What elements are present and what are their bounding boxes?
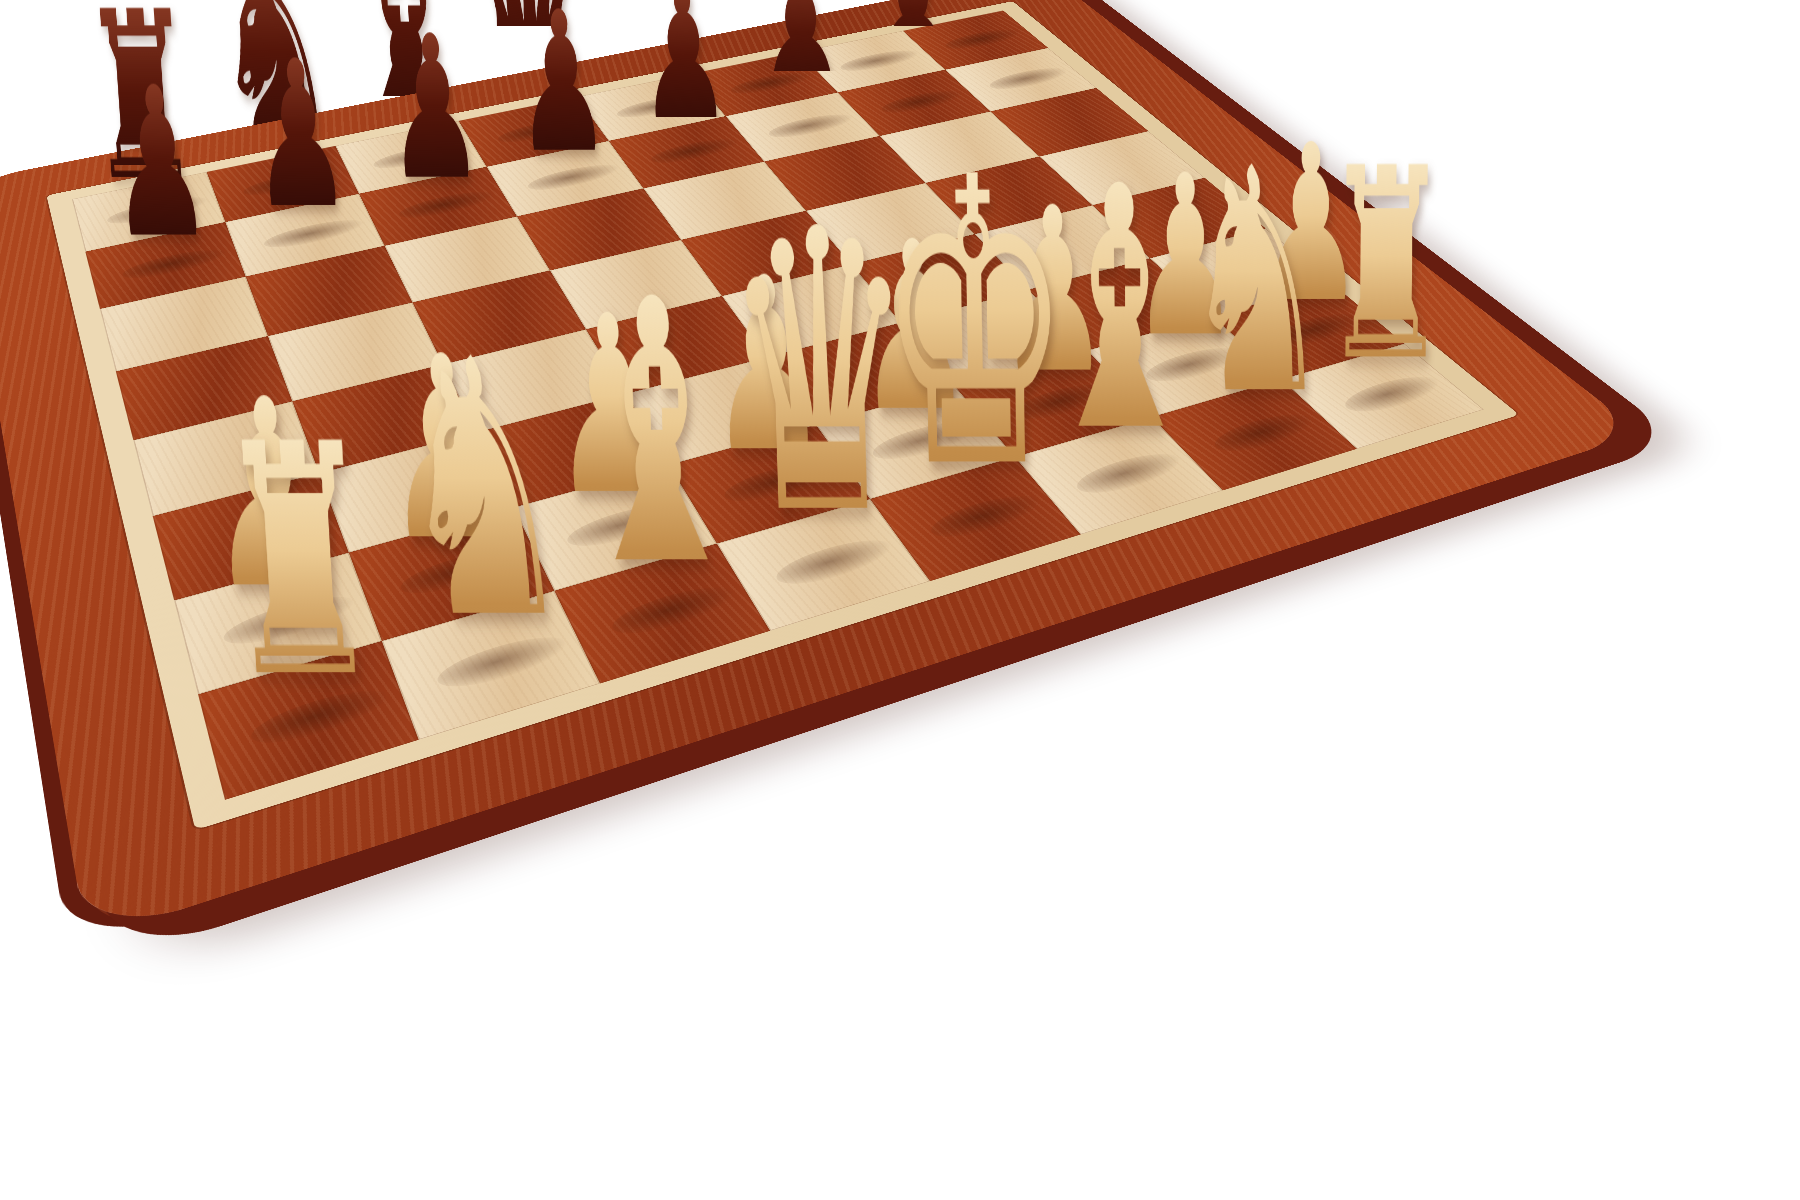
- piece-white-bishop-c1: ♝: [560, 253, 752, 615]
- piece-black-pawn-h7: ♟: [976, 0, 1064, 80]
- piece-white-knight-b1: ♞: [386, 313, 578, 666]
- piece-black-pawn-e7: ♟: [635, 0, 733, 153]
- piece-black-pawn-g7: ♟: [867, 0, 958, 103]
- piece-black-pawn-f7: ♟: [753, 0, 847, 127]
- chess-board: ♜♞♝♛♚♝♞♜♟♟♟♟♟♟♟♟♟♟♟♟♟♟♟♟♜♞♝♛♚♝♞♜: [0, 0, 1642, 941]
- piece-black-pawn-d7: ♟: [510, 0, 611, 179]
- piece-white-rook-a1: ♜: [209, 403, 386, 721]
- piece-black-pawn-c7: ♟: [380, 9, 485, 207]
- piece-white-rook-h1: ♜: [1321, 133, 1452, 396]
- screenshot-stage: ♜♞♝♛♚♝♞♜♟♟♟♟♟♟♟♟♟♟♟♟♟♟♟♟♜♞♝♛♚♝♞♜: [0, 0, 1800, 1200]
- board-pieces: ♜♞♝♛♚♝♞♜♟♟♟♟♟♟♟♟♟♟♟♟♟♟♟♟♜♞♝♛♚♝♞♜: [0, 0, 1642, 941]
- piece-black-pawn-b7: ♟: [244, 34, 354, 236]
- piece-white-knight-g1: ♞: [1181, 127, 1333, 436]
- photo-scene: ♜♞♝♛♚♝♞♜♟♟♟♟♟♟♟♟♟♟♟♟♟♟♟♟♜♞♝♛♚♝♞♜: [0, 0, 1800, 1200]
- piece-black-pawn-a7: ♟: [101, 59, 215, 266]
